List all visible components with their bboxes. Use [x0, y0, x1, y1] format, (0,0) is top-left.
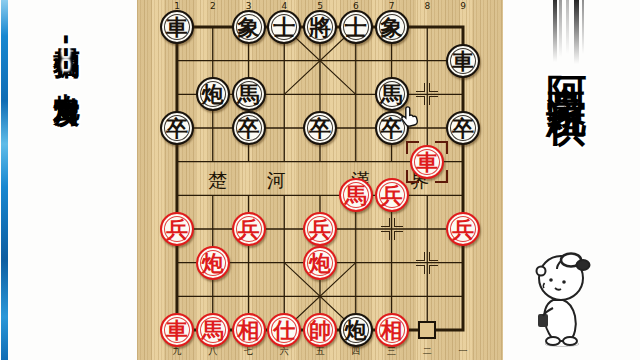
piece-glyph: 馬: [198, 315, 228, 345]
piece-glyph: 卒: [234, 113, 264, 143]
piece-glyph: 炮: [305, 248, 335, 278]
piece-glyph: 帥: [305, 315, 335, 345]
piece-black-soldier[interactable]: 卒: [160, 111, 194, 145]
piece-red-horse[interactable]: 馬: [196, 313, 230, 347]
piece-red-soldier[interactable]: 兵: [375, 178, 409, 212]
piece-red-soldier[interactable]: 兵: [232, 212, 266, 246]
piece-glyph: 相: [377, 315, 407, 345]
river-label-chu-he: 楚 河: [208, 168, 303, 194]
piece-glyph: 相: [234, 315, 264, 345]
file-label-bottom: 八: [208, 346, 217, 356]
piece-red-soldier[interactable]: 兵: [160, 212, 194, 246]
piece-red-horse[interactable]: 馬: [339, 178, 373, 212]
piece-glyph: 卒: [305, 113, 335, 143]
piece-glyph: 士: [269, 12, 299, 42]
piece-glyph: 馬: [341, 180, 371, 210]
piece-glyph: 炮: [198, 79, 228, 109]
left-blue-edge-bar: [1, 0, 8, 360]
point-marker: [416, 83, 438, 105]
piece-black-advisor[interactable]: 士: [267, 10, 301, 44]
piece-glyph: 兵: [377, 180, 407, 210]
point-marker: [381, 218, 403, 240]
last-move-origin-marker: [418, 321, 436, 339]
piece-glyph: 兵: [448, 214, 478, 244]
piece-glyph: 卒: [162, 113, 192, 143]
piece-glyph: 車: [412, 147, 442, 177]
piece-glyph: 士: [341, 12, 371, 42]
piece-black-advisor[interactable]: 士: [339, 10, 373, 44]
piece-black-general[interactable]: 將: [303, 10, 337, 44]
piece-glyph: 馬: [234, 79, 264, 109]
channel-title: 阿豪说棋: [540, 44, 595, 84]
piece-glyph: 卒: [448, 113, 478, 143]
piece-black-soldier[interactable]: 卒: [303, 111, 337, 145]
file-label-top: 8: [424, 1, 430, 11]
piece-red-soldier[interactable]: 兵: [303, 212, 337, 246]
piece-glyph: 將: [305, 12, 335, 42]
piece-black-elephant[interactable]: 象: [232, 10, 266, 44]
piece-red-general[interactable]: 帥: [303, 313, 337, 347]
mascot-bear-icon: [531, 252, 595, 350]
piece-black-elephant[interactable]: 象: [375, 10, 409, 44]
file-label-bottom: 一: [459, 346, 468, 356]
piece-red-chariot[interactable]: 車: [160, 313, 194, 347]
piece-black-cannon[interactable]: 炮: [339, 313, 373, 347]
piece-red-cannon[interactable]: 炮: [303, 246, 337, 280]
piece-red-advisor[interactable]: 仕: [267, 313, 301, 347]
piece-black-soldier[interactable]: 卒: [232, 111, 266, 145]
piece-glyph: 車: [162, 12, 192, 42]
piece-glyph: 炮: [198, 248, 228, 278]
piece-glyph: 炮: [341, 315, 371, 345]
piece-glyph: 馬: [377, 79, 407, 109]
piece-red-cannon[interactable]: 炮: [196, 246, 230, 280]
file-label-bottom: 二: [423, 346, 432, 356]
piece-black-chariot[interactable]: 車: [446, 44, 480, 78]
xiangqi-board[interactable]: 楚 河 漢 界 123456789九八七六五四三二一 車象士將士象車炮馬馬卒卒卒…: [137, 0, 503, 360]
piece-black-soldier[interactable]: 卒: [446, 111, 480, 145]
piece-glyph: 車: [448, 46, 478, 76]
piece-glyph: 仕: [269, 315, 299, 345]
piece-glyph: 象: [377, 12, 407, 42]
piece-red-elephant[interactable]: 相: [375, 313, 409, 347]
file-label-bottom: 三: [387, 346, 396, 356]
piece-red-chariot[interactable]: 車: [410, 145, 444, 179]
file-label-bottom: 九: [173, 346, 182, 356]
hand-cursor-icon: [399, 106, 420, 130]
file-label-bottom: 四: [351, 346, 360, 356]
piece-black-chariot[interactable]: 車: [160, 10, 194, 44]
piece-glyph: 兵: [234, 214, 264, 244]
piece-glyph: 兵: [305, 214, 335, 244]
file-label-top: 9: [460, 1, 466, 11]
piece-glyph: 象: [234, 12, 264, 42]
video-title: 布局骗招---中炮对反攻马: [50, 26, 85, 84]
piece-glyph: 兵: [162, 214, 192, 244]
piece-black-cannon[interactable]: 炮: [196, 77, 230, 111]
piece-black-horse[interactable]: 馬: [232, 77, 266, 111]
piece-red-elephant[interactable]: 相: [232, 313, 266, 347]
piece-glyph: 車: [162, 315, 192, 345]
file-label-bottom: 七: [244, 346, 253, 356]
file-label-bottom: 五: [316, 346, 325, 356]
point-marker: [416, 252, 438, 274]
piece-red-soldier[interactable]: 兵: [446, 212, 480, 246]
file-label-top: 2: [210, 1, 216, 11]
file-label-bottom: 六: [280, 346, 289, 356]
